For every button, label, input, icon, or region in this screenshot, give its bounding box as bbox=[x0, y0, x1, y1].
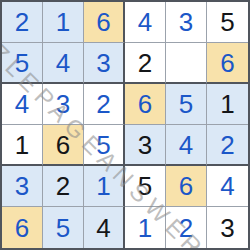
cell-r2c1: 5 bbox=[2, 43, 43, 84]
cell-r4c6: 2 bbox=[207, 125, 248, 166]
cell-r3c5: 5 bbox=[166, 84, 207, 125]
cell-r4c4: 3 bbox=[125, 125, 166, 166]
cell-r3c2: 3 bbox=[43, 84, 84, 125]
cell-r1c3: 6 bbox=[84, 2, 125, 43]
cell-r6c6: 3 bbox=[207, 207, 248, 248]
cell-r6c1: 6 bbox=[2, 207, 43, 248]
cell-r5c1: 3 bbox=[2, 166, 43, 207]
cell-r2c6: 6 bbox=[207, 43, 248, 84]
cell-r5c6: 4 bbox=[207, 166, 248, 207]
cell-r2c5 bbox=[166, 43, 207, 84]
cell-r4c3: 5 bbox=[84, 125, 125, 166]
cell-r5c4: 5 bbox=[125, 166, 166, 207]
cell-r3c6: 1 bbox=[207, 84, 248, 125]
cell-r5c3: 1 bbox=[84, 166, 125, 207]
cell-r2c2: 4 bbox=[43, 43, 84, 84]
cell-r1c2: 1 bbox=[43, 2, 84, 43]
cell-r1c6: 5 bbox=[207, 2, 248, 43]
cell-r3c3: 2 bbox=[84, 84, 125, 125]
cell-r4c1: 1 bbox=[2, 125, 43, 166]
cell-r6c5: 2 bbox=[166, 207, 207, 248]
cell-r1c1: 2 bbox=[2, 2, 43, 43]
cell-r6c2: 5 bbox=[43, 207, 84, 248]
cell-r6c3: 4 bbox=[84, 207, 125, 248]
cell-r3c4: 6 bbox=[125, 84, 166, 125]
cell-r6c4: 1 bbox=[125, 207, 166, 248]
cell-r4c2: 6 bbox=[43, 125, 84, 166]
cell-r2c3: 3 bbox=[84, 43, 125, 84]
sudoku-page: ZZLEPAGEANSWERS.CO 216435543264326511653… bbox=[0, 0, 250, 250]
cell-r5c2: 2 bbox=[43, 166, 84, 207]
cell-r1c4: 4 bbox=[125, 2, 166, 43]
cell-r4c5: 4 bbox=[166, 125, 207, 166]
cell-r5c5: 6 bbox=[166, 166, 207, 207]
cell-r2c4: 2 bbox=[125, 43, 166, 84]
cell-r3c1: 4 bbox=[2, 84, 43, 125]
sudoku-board: ZZLEPAGEANSWERS.CO 216435543264326511653… bbox=[0, 0, 250, 250]
cell-r1c5: 3 bbox=[166, 2, 207, 43]
